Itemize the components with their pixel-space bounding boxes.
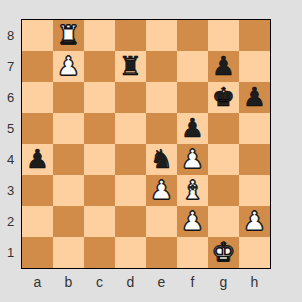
square-a2[interactable] — [22, 206, 53, 237]
file-label-d: d — [115, 271, 146, 293]
white-bishop-f3[interactable]: ♝ — [177, 175, 208, 206]
square-c4[interactable] — [84, 144, 115, 175]
square-c1[interactable] — [84, 237, 115, 268]
square-f3[interactable]: ♝ — [177, 175, 208, 206]
square-a7[interactable] — [22, 51, 53, 82]
rank-label-5: 5 — [0, 113, 21, 144]
square-a6[interactable] — [22, 82, 53, 113]
rank-label-1: 1 — [0, 237, 21, 268]
square-b6[interactable] — [53, 82, 84, 113]
white-pawn-e3[interactable]: ♟ — [146, 175, 177, 206]
square-a1[interactable] — [22, 237, 53, 268]
square-g4[interactable] — [208, 144, 239, 175]
square-b2[interactable] — [53, 206, 84, 237]
square-h4[interactable] — [239, 144, 270, 175]
square-c7[interactable] — [84, 51, 115, 82]
square-h5[interactable] — [239, 113, 270, 144]
black-king-g6[interactable]: ♚ — [208, 82, 239, 113]
rank-label-7: 7 — [0, 51, 21, 82]
black-rook-d7[interactable]: ♜ — [115, 51, 146, 82]
square-e7[interactable] — [146, 51, 177, 82]
black-pawn-f5[interactable]: ♟ — [177, 113, 208, 144]
square-g7[interactable]: ♟ — [208, 51, 239, 82]
square-b5[interactable] — [53, 113, 84, 144]
square-d5[interactable] — [115, 113, 146, 144]
file-label-c: c — [84, 271, 115, 293]
square-g2[interactable] — [208, 206, 239, 237]
square-c8[interactable] — [84, 20, 115, 51]
square-d1[interactable] — [115, 237, 146, 268]
square-e5[interactable] — [146, 113, 177, 144]
square-e1[interactable] — [146, 237, 177, 268]
square-a5[interactable] — [22, 113, 53, 144]
square-h8[interactable] — [239, 20, 270, 51]
square-d6[interactable] — [115, 82, 146, 113]
square-d2[interactable] — [115, 206, 146, 237]
white-pawn-f4[interactable]: ♟ — [177, 144, 208, 175]
square-e4[interactable]: ♞ — [146, 144, 177, 175]
rank-label-2: 2 — [0, 206, 21, 237]
rank-label-4: 4 — [0, 144, 21, 175]
square-g3[interactable] — [208, 175, 239, 206]
square-e2[interactable] — [146, 206, 177, 237]
white-pawn-h2[interactable]: ♟ — [239, 206, 270, 237]
square-a4[interactable]: ♟ — [22, 144, 53, 175]
square-h2[interactable]: ♟ — [239, 206, 270, 237]
square-b1[interactable] — [53, 237, 84, 268]
black-pawn-a4[interactable]: ♟ — [22, 144, 53, 175]
square-f4[interactable]: ♟ — [177, 144, 208, 175]
square-f8[interactable] — [177, 20, 208, 51]
white-pawn-b7[interactable]: ♟ — [53, 51, 84, 82]
file-label-f: f — [177, 271, 208, 293]
chess-board: ♜♟♜♟♚♟♟♟♞♟♟♝♟♟♚ — [21, 19, 271, 269]
square-g8[interactable] — [208, 20, 239, 51]
square-b7[interactable]: ♟ — [53, 51, 84, 82]
square-h1[interactable] — [239, 237, 270, 268]
square-d4[interactable] — [115, 144, 146, 175]
rank-label-8: 8 — [0, 20, 21, 51]
square-a8[interactable] — [22, 20, 53, 51]
square-e6[interactable] — [146, 82, 177, 113]
file-label-b: b — [53, 271, 84, 293]
square-f2[interactable]: ♟ — [177, 206, 208, 237]
file-label-g: g — [208, 271, 239, 293]
square-h3[interactable] — [239, 175, 270, 206]
file-labels: abcdefgh — [22, 271, 270, 293]
square-c5[interactable] — [84, 113, 115, 144]
rank-labels: 87654321 — [0, 20, 21, 268]
square-e3[interactable]: ♟ — [146, 175, 177, 206]
black-pawn-g7[interactable]: ♟ — [208, 51, 239, 82]
rank-label-6: 6 — [0, 82, 21, 113]
square-c2[interactable] — [84, 206, 115, 237]
file-label-a: a — [22, 271, 53, 293]
chess-diagram: 87654321 ♜♟♜♟♚♟♟♟♞♟♟♝♟♟♚ abcdefgh — [0, 0, 302, 302]
file-label-h: h — [239, 271, 270, 293]
square-e8[interactable] — [146, 20, 177, 51]
square-f1[interactable] — [177, 237, 208, 268]
white-rook-b8[interactable]: ♜ — [53, 20, 84, 51]
square-b8[interactable]: ♜ — [53, 20, 84, 51]
rank-label-3: 3 — [0, 175, 21, 206]
white-king-g1[interactable]: ♚ — [208, 237, 239, 268]
square-a3[interactable] — [22, 175, 53, 206]
square-d3[interactable] — [115, 175, 146, 206]
file-label-e: e — [146, 271, 177, 293]
square-h6[interactable]: ♟ — [239, 82, 270, 113]
square-h7[interactable] — [239, 51, 270, 82]
square-c3[interactable] — [84, 175, 115, 206]
square-b4[interactable] — [53, 144, 84, 175]
square-g6[interactable]: ♚ — [208, 82, 239, 113]
square-f5[interactable]: ♟ — [177, 113, 208, 144]
black-knight-e4[interactable]: ♞ — [146, 144, 177, 175]
square-g1[interactable]: ♚ — [208, 237, 239, 268]
square-f7[interactable] — [177, 51, 208, 82]
black-pawn-h6[interactable]: ♟ — [239, 82, 270, 113]
white-pawn-f2[interactable]: ♟ — [177, 206, 208, 237]
square-c6[interactable] — [84, 82, 115, 113]
square-f6[interactable] — [177, 82, 208, 113]
square-d7[interactable]: ♜ — [115, 51, 146, 82]
square-g5[interactable] — [208, 113, 239, 144]
square-d8[interactable] — [115, 20, 146, 51]
square-b3[interactable] — [53, 175, 84, 206]
